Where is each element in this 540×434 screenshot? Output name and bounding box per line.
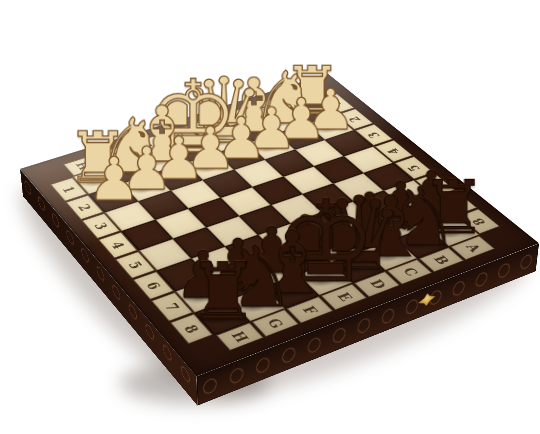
coordinate-label-text: 1: [58, 184, 79, 194]
coordinate-label-text: 4: [384, 146, 404, 155]
coordinate-label-text: 1: [327, 99, 346, 108]
coordinate-label-text: H: [73, 160, 95, 171]
board-perspective-wrapper: 1122334455667788HHGGFFEEDDCCBBAA ♜♞♝♚♛♝♞…: [0, 0, 540, 434]
coordinate-label-text: C: [228, 112, 248, 122]
chess-board: 1122334455667788HHGGFFEEDDCCBBAA ♜♞♝♚♛♝♞…: [20, 74, 539, 377]
coordinate-label-text: B: [257, 103, 277, 113]
coordinate-label-text: E: [168, 131, 188, 141]
chess-set-photo: 1122334455667788HHGGFFEEDDCCBBAA ♜♞♝♚♛♝♞…: [0, 0, 540, 434]
coordinate-label-text: D: [198, 121, 219, 131]
coordinate-label-text: F: [137, 141, 157, 150]
coordinate-label-text: A: [286, 94, 305, 103]
brass-clasp: [418, 290, 436, 309]
coordinate-label-text: G: [105, 150, 126, 161]
coordinate-label-text: 2: [345, 115, 364, 124]
coordinate-label-text: 3: [364, 130, 383, 139]
